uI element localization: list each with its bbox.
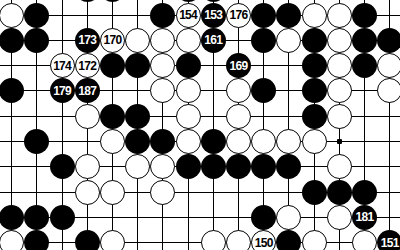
go-stone-black [377, 28, 400, 53]
go-stone-white [150, 154, 175, 179]
go-stone-black [176, 53, 201, 78]
move-number-label: 172 [78, 60, 96, 72]
go-stone-black [201, 129, 226, 154]
move-number-label: 151 [381, 237, 399, 249]
go-stone-white [226, 129, 251, 154]
go-stone-black [251, 154, 276, 179]
move-number-label: 176 [230, 9, 248, 21]
go-stone-black-partial-top [75, 0, 100, 2]
go-stone-white [0, 3, 24, 28]
go-stone-white [276, 129, 301, 154]
go-stone-white [276, 28, 301, 53]
move-number-label: 173 [78, 34, 96, 46]
go-stone-black [50, 205, 75, 230]
move-number-label: 153 [204, 9, 222, 21]
go-stone-white [125, 154, 150, 179]
move-number-label: 174 [53, 60, 71, 72]
go-stone-black [50, 154, 75, 179]
go-stone-black [150, 129, 175, 154]
go-stone-black-move-187: 187 [75, 78, 100, 103]
go-stone-white [176, 129, 201, 154]
go-stone-black [24, 230, 49, 250]
go-stone-black [24, 3, 49, 28]
go-stone-white [327, 3, 352, 28]
go-stone-white [176, 28, 201, 53]
go-stone-black-move-173: 173 [75, 28, 100, 53]
go-stone-black [125, 129, 150, 154]
go-stone-black [100, 53, 125, 78]
move-number-label: 187 [78, 85, 96, 97]
go-stone-white-move-150: 150 [251, 230, 276, 250]
go-stone-black [302, 28, 327, 53]
go-stone-white [100, 230, 125, 250]
go-stone-white [251, 129, 276, 154]
go-stone-black [125, 104, 150, 129]
go-stone-black [0, 28, 24, 53]
go-stone-black [24, 205, 49, 230]
go-stone-white-move-170: 170 [100, 28, 125, 53]
go-stone-black [251, 3, 276, 28]
go-stone-white [377, 53, 400, 78]
go-board[interactable]: 1541531761731701611741721691791871811501… [0, 0, 400, 250]
move-number-label: 169 [230, 60, 248, 72]
go-stone-black [251, 205, 276, 230]
go-stone-white [150, 78, 175, 103]
go-stone-white [327, 53, 352, 78]
go-stone-white [302, 3, 327, 28]
go-stone-black [201, 154, 226, 179]
go-stone-white [327, 104, 352, 129]
go-stone-black [276, 154, 301, 179]
move-number-label: 181 [356, 211, 374, 223]
go-stone-black-partial-top [201, 0, 226, 2]
go-stone-white [176, 78, 201, 103]
go-stone-white [0, 230, 24, 250]
go-stone-black [352, 53, 377, 78]
go-stone-white [150, 53, 175, 78]
go-stone-black [24, 129, 49, 154]
go-stone-white [125, 28, 150, 53]
go-stone-black [150, 3, 175, 28]
go-stone-black [176, 154, 201, 179]
go-stone-white [276, 205, 301, 230]
go-stone-white [75, 104, 100, 129]
go-stone-white [75, 154, 100, 179]
go-stone-black [0, 78, 24, 103]
go-stone-black-move-153: 153 [201, 3, 226, 28]
go-stone-black [302, 78, 327, 103]
move-number-label: 170 [104, 34, 122, 46]
go-stone-black [302, 104, 327, 129]
go-stone-black [276, 230, 301, 250]
go-stone-white-move-154: 154 [176, 3, 201, 28]
go-stone-white [150, 28, 175, 53]
go-stone-white [226, 230, 251, 250]
go-stone-black [251, 78, 276, 103]
go-stone-black [75, 230, 100, 250]
go-stone-white [302, 230, 327, 250]
move-number-label: 150 [255, 237, 273, 249]
go-stone-white [327, 154, 352, 179]
go-stone-black-move-169: 169 [226, 53, 251, 78]
go-stone-white [150, 180, 175, 205]
go-stone-black [352, 180, 377, 205]
go-stone-black-move-161: 161 [201, 28, 226, 53]
go-stone-black [125, 53, 150, 78]
go-stone-white [327, 205, 352, 230]
go-stone-white [176, 104, 201, 129]
go-stone-black-partial-top [100, 0, 125, 2]
move-number-label: 179 [53, 85, 71, 97]
go-stone-white-move-174: 174 [50, 53, 75, 78]
go-stone-black [276, 3, 301, 28]
go-stone-white [75, 180, 100, 205]
go-stone-black [226, 154, 251, 179]
go-stone-white [100, 180, 125, 205]
go-stone-black [251, 28, 276, 53]
star-point [337, 139, 342, 144]
go-stone-black-move-179: 179 [50, 78, 75, 103]
go-stone-white [302, 129, 327, 154]
go-stone-white-move-176: 176 [226, 3, 251, 28]
go-stone-black [327, 180, 352, 205]
move-number-label: 161 [204, 34, 222, 46]
go-stone-white [352, 230, 377, 250]
go-stone-white [226, 78, 251, 103]
go-stone-black [24, 28, 49, 53]
go-stone-white [327, 28, 352, 53]
go-stone-black-move-181: 181 [352, 205, 377, 230]
go-stone-white [377, 78, 400, 103]
go-stone-black [352, 28, 377, 53]
go-stone-white [226, 104, 251, 129]
go-stone-black [352, 3, 377, 28]
go-stone-white [100, 129, 125, 154]
go-stone-white-move-172: 172 [75, 53, 100, 78]
go-stone-black-move-151: 151 [377, 230, 400, 250]
go-stone-black-partial-top [176, 0, 201, 2]
go-stone-white [327, 78, 352, 103]
go-stone-black [100, 104, 125, 129]
go-stone-black [302, 180, 327, 205]
go-stone-black [0, 205, 24, 230]
move-number-label: 154 [179, 9, 197, 21]
go-stone-black [302, 53, 327, 78]
go-stone-white [201, 230, 226, 250]
